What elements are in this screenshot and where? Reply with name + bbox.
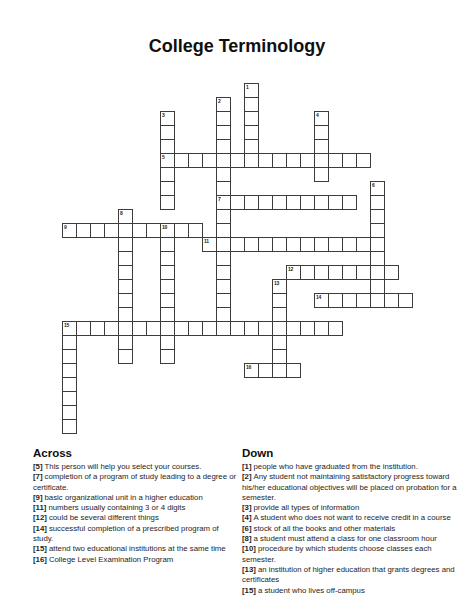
clue-item-number: [12] <box>33 513 49 522</box>
grid-cell[interactable] <box>188 153 203 168</box>
grid-cell[interactable] <box>328 321 343 336</box>
grid-cell[interactable] <box>104 223 119 238</box>
clue-item-number: [10] <box>242 544 258 553</box>
grid-cell[interactable] <box>216 139 231 154</box>
grid-cell[interactable] <box>356 293 371 308</box>
grid-cell[interactable] <box>314 265 329 280</box>
grid-cell[interactable]: 13 <box>272 279 287 294</box>
grid-cell[interactable]: 3 <box>160 111 175 126</box>
grid-cell[interactable] <box>216 293 231 308</box>
grid-cell[interactable] <box>76 223 91 238</box>
grid-cell[interactable] <box>216 265 231 280</box>
grid-cell[interactable] <box>342 195 357 210</box>
clue-item-text: people who have graduated from the insti… <box>254 462 418 471</box>
grid-cell[interactable] <box>118 265 133 280</box>
down-header: Down <box>242 447 457 459</box>
grid-cell[interactable] <box>314 139 329 154</box>
grid-cell[interactable] <box>272 349 287 364</box>
grid-cell[interactable] <box>160 125 175 140</box>
grid-cell[interactable] <box>244 153 259 168</box>
clue-item-number: [7] <box>33 472 45 481</box>
grid-cell[interactable]: 10 <box>160 223 175 238</box>
grid-cell[interactable] <box>160 167 175 182</box>
clue-item-text: a student must attend a class for one cl… <box>254 534 437 543</box>
grid-cell[interactable] <box>356 265 371 280</box>
grid-cell[interactable] <box>160 335 175 350</box>
clue-number: 4 <box>316 112 319 118</box>
clue-item-text: an institution of higher education that … <box>242 565 455 584</box>
grid-cell[interactable] <box>174 153 189 168</box>
clue-number: 13 <box>274 280 279 286</box>
grid-cell[interactable] <box>286 321 301 336</box>
grid-cell[interactable] <box>230 321 245 336</box>
grid-cell[interactable] <box>398 293 413 308</box>
grid-cell[interactable] <box>258 195 273 210</box>
grid-cell[interactable] <box>132 223 147 238</box>
grid-cell[interactable] <box>160 307 175 322</box>
grid-cell[interactable] <box>188 321 203 336</box>
across-clues-section: Across [5]This person will help you sele… <box>33 447 239 565</box>
clue-item-number: [15] <box>242 586 258 595</box>
clue-number: 6 <box>372 182 375 188</box>
clue-number: 11 <box>204 238 209 244</box>
grid-cell[interactable] <box>328 153 343 168</box>
grid-cell[interactable] <box>118 293 133 308</box>
grid-cell[interactable] <box>160 349 175 364</box>
grid-cell[interactable] <box>370 223 385 238</box>
grid-cell[interactable]: 16 <box>244 363 259 378</box>
grid-cell[interactable] <box>216 307 231 322</box>
clue-item-text: procedure by which students choose class… <box>242 544 432 563</box>
grid-cell[interactable] <box>258 321 273 336</box>
clue-item-text: a student who lives off-campus <box>258 586 365 595</box>
clue-number: 12 <box>288 266 293 272</box>
grid-cell[interactable] <box>370 209 385 224</box>
grid-cell[interactable] <box>244 195 259 210</box>
grid-cell[interactable] <box>342 293 357 308</box>
clue-item-text: This person will help you select your co… <box>45 462 202 471</box>
clue-item: [9]basic organizational unit in a higher… <box>33 493 239 503</box>
grid-cell[interactable]: 15 <box>62 321 77 336</box>
clue-item-text: College Level Examination Program <box>49 555 173 564</box>
clue-item-text: successful completion of a prescribed pr… <box>33 524 219 543</box>
grid-cell[interactable] <box>342 237 357 252</box>
grid-cell[interactable]: 11 <box>202 237 217 252</box>
grid-cell[interactable] <box>132 321 147 336</box>
grid-cell[interactable] <box>370 237 385 252</box>
clue-item-text: provide all types of information <box>254 503 360 512</box>
clue-item-text: A student who does not want to receive c… <box>254 513 451 522</box>
grid-cell[interactable] <box>272 153 287 168</box>
grid-cell[interactable] <box>314 153 329 168</box>
grid-cell[interactable] <box>160 321 175 336</box>
clue-item-number: [11] <box>33 503 48 512</box>
clue-number: 8 <box>120 210 123 216</box>
grid-cell[interactable] <box>286 195 301 210</box>
clue-item-number: [3] <box>242 503 254 512</box>
clue-item: [2]Any student not maintaining satisfact… <box>242 472 457 503</box>
grid-cell[interactable] <box>370 265 385 280</box>
clue-item: [4]A student who does not want to receiv… <box>242 513 457 523</box>
grid-cell[interactable] <box>272 321 287 336</box>
grid-cell[interactable] <box>160 265 175 280</box>
grid-cell[interactable] <box>118 237 133 252</box>
grid-cell[interactable] <box>216 111 231 126</box>
grid-cell[interactable] <box>62 391 77 406</box>
grid-cell[interactable] <box>272 195 287 210</box>
clue-item: [8]a student must attend a class for one… <box>242 534 457 544</box>
grid-cell[interactable] <box>356 153 371 168</box>
grid-cell[interactable] <box>216 251 231 266</box>
grid-cell[interactable] <box>216 223 231 238</box>
grid-cell[interactable]: 9 <box>62 223 77 238</box>
grid-cell[interactable] <box>118 223 133 238</box>
clue-item-number: [6] <box>242 524 254 533</box>
grid-cell[interactable] <box>160 195 175 210</box>
grid-cell[interactable] <box>230 153 245 168</box>
grid-cell[interactable] <box>314 125 329 140</box>
grid-cell[interactable] <box>272 307 287 322</box>
grid-cell[interactable] <box>244 125 259 140</box>
grid-cell[interactable] <box>76 321 91 336</box>
grid-cell[interactable] <box>216 209 231 224</box>
grid-cell[interactable]: 12 <box>286 265 301 280</box>
clue-item-number: [5] <box>33 462 45 471</box>
clue-item: [12]could be several different things <box>33 513 239 523</box>
grid-cell[interactable] <box>216 237 231 252</box>
grid-cell[interactable] <box>384 265 399 280</box>
grid-cell[interactable] <box>160 279 175 294</box>
grid-cell[interactable] <box>230 195 245 210</box>
grid-cell[interactable] <box>216 181 231 196</box>
grid-cell[interactable] <box>314 321 329 336</box>
grid-cell[interactable] <box>258 363 273 378</box>
grid-cell[interactable] <box>90 223 105 238</box>
clue-number: 1 <box>246 84 249 90</box>
clue-item-text: attend two educational institutions at t… <box>49 544 226 553</box>
grid-cell[interactable] <box>300 265 315 280</box>
grid-cell[interactable] <box>244 321 259 336</box>
grid-cell[interactable] <box>258 237 273 252</box>
clue-item-number: [8] <box>242 534 254 543</box>
grid-cell[interactable] <box>160 139 175 154</box>
grid-cell[interactable]: 6 <box>370 181 385 196</box>
grid-cell[interactable] <box>300 153 315 168</box>
grid-cell[interactable] <box>62 335 77 350</box>
clue-item-number: [14] <box>33 524 49 533</box>
grid-cell[interactable] <box>62 377 77 392</box>
clue-item: [16]College Level Examination Program <box>33 555 239 565</box>
grid-cell[interactable] <box>328 237 343 252</box>
clue-item: [1]people who have graduated from the in… <box>242 462 457 472</box>
grid-cell[interactable] <box>160 181 175 196</box>
grid-cell[interactable] <box>314 195 329 210</box>
grid-cell[interactable] <box>272 293 287 308</box>
clue-number: 7 <box>218 196 221 202</box>
grid-cell[interactable] <box>118 335 133 350</box>
grid-cell[interactable] <box>174 321 189 336</box>
grid-cell[interactable] <box>202 321 217 336</box>
grid-cell[interactable] <box>62 419 77 434</box>
grid-cell[interactable] <box>104 321 119 336</box>
grid-cell[interactable] <box>286 237 301 252</box>
clue-item-text: completion of a program of study leading… <box>33 472 236 491</box>
clue-number: 14 <box>316 294 321 300</box>
grid-cell[interactable] <box>370 195 385 210</box>
clue-item-text: basic organizational unit in a higher ed… <box>45 493 203 502</box>
grid-cell[interactable] <box>258 153 273 168</box>
clue-item-number: [2] <box>242 472 254 481</box>
crossword-grid: 57910111214151612346813 <box>62 83 414 435</box>
grid-cell[interactable] <box>370 251 385 266</box>
grid-cell[interactable] <box>62 349 77 364</box>
grid-cell[interactable] <box>328 195 343 210</box>
across-clue-list: [5]This person will help you select your… <box>33 462 239 565</box>
clue-item-number: [13] <box>242 565 258 574</box>
clue-item: [7]completion of a program of study lead… <box>33 472 239 493</box>
clue-item: [6]stock of all the books and other mate… <box>242 524 457 534</box>
page-title: College Terminology <box>0 36 474 57</box>
grid-cell[interactable] <box>244 111 259 126</box>
clue-item: [10]procedure by which students choose c… <box>242 544 457 565</box>
grid-cell[interactable] <box>216 321 231 336</box>
clue-item: [15]attend two educational institutions … <box>33 544 239 554</box>
grid-cell[interactable] <box>160 237 175 252</box>
grid-cell[interactable] <box>118 279 133 294</box>
clue-item-text: Any student not maintaining satisfactory… <box>242 472 457 502</box>
grid-cell[interactable] <box>370 279 385 294</box>
grid-cell[interactable] <box>118 251 133 266</box>
grid-cell[interactable] <box>286 153 301 168</box>
grid-cell[interactable] <box>146 223 161 238</box>
grid-cell[interactable] <box>300 237 315 252</box>
down-clue-list: [1]people who have graduated from the in… <box>242 462 457 596</box>
grid-cell[interactable] <box>300 321 315 336</box>
clue-item-text: stock of all the books and other materia… <box>254 524 396 533</box>
grid-cell[interactable] <box>62 405 77 420</box>
grid-cell[interactable] <box>286 363 301 378</box>
grid-cell[interactable] <box>272 363 287 378</box>
grid-cell[interactable] <box>244 139 259 154</box>
clue-number: 9 <box>64 224 67 230</box>
grid-cell[interactable] <box>230 237 245 252</box>
clue-number: 10 <box>162 224 167 230</box>
grid-cell[interactable] <box>62 363 77 378</box>
grid-cell[interactable] <box>314 167 329 182</box>
grid-cell[interactable] <box>244 97 259 112</box>
grid-cell[interactable] <box>90 321 105 336</box>
clue-number: 5 <box>162 154 165 160</box>
clue-item-number: [16] <box>33 555 49 564</box>
clue-item-number: [9] <box>33 493 45 502</box>
grid-cell[interactable]: 1 <box>244 83 259 98</box>
across-header: Across <box>33 447 239 459</box>
grid-cell[interactable] <box>356 237 371 252</box>
clue-item-text: could be several different things <box>49 513 159 522</box>
grid-cell[interactable] <box>216 279 231 294</box>
clue-item-number: [15] <box>33 544 49 553</box>
grid-cell[interactable] <box>160 251 175 266</box>
clue-item: [13]an institution of higher education t… <box>242 565 457 586</box>
clue-item-number: [1] <box>242 462 254 471</box>
clue-item: [5]This person will help you select your… <box>33 462 239 472</box>
grid-cell[interactable] <box>216 125 231 140</box>
grid-cell[interactable]: 14 <box>314 293 329 308</box>
clue-number: 15 <box>64 322 69 328</box>
grid-cell[interactable] <box>370 293 385 308</box>
clue-number: 16 <box>246 364 251 370</box>
grid-cell[interactable] <box>118 321 133 336</box>
grid-cell[interactable]: 8 <box>118 209 133 224</box>
grid-cell[interactable] <box>342 265 357 280</box>
clue-number: 3 <box>162 112 165 118</box>
grid-cell[interactable] <box>342 153 357 168</box>
grid-cell[interactable] <box>188 223 203 238</box>
grid-cell[interactable] <box>328 293 343 308</box>
clue-item: [15]a student who lives off-campus <box>242 586 457 596</box>
grid-cell[interactable] <box>272 237 287 252</box>
grid-cell[interactable]: 5 <box>160 153 175 168</box>
grid-cell[interactable] <box>160 293 175 308</box>
clue-number: 2 <box>218 98 221 104</box>
grid-cell[interactable] <box>174 223 189 238</box>
grid-cell[interactable] <box>118 307 133 322</box>
grid-cell[interactable] <box>216 153 231 168</box>
grid-cell[interactable]: 2 <box>216 97 231 112</box>
clue-item-text: numbers usually containing 3 or 4 digits <box>48 503 185 512</box>
grid-cell[interactable] <box>314 237 329 252</box>
grid-cell[interactable] <box>244 237 259 252</box>
grid-cell[interactable] <box>202 153 217 168</box>
down-clues-section: Down [1]people who have graduated from t… <box>242 447 457 596</box>
clue-item: [11]numbers usually containing 3 or 4 di… <box>33 503 239 513</box>
grid-cell[interactable] <box>216 167 231 182</box>
grid-cell[interactable]: 4 <box>314 111 329 126</box>
grid-cell[interactable] <box>300 195 315 210</box>
grid-cell[interactable] <box>328 265 343 280</box>
clue-item: [14]successful completion of a prescribe… <box>33 524 239 545</box>
grid-cell[interactable] <box>146 321 161 336</box>
grid-cell[interactable] <box>118 349 133 364</box>
grid-cell[interactable] <box>272 335 287 350</box>
clue-item-number: [4] <box>242 513 254 522</box>
clue-item: [3]provide all types of information <box>242 503 457 513</box>
grid-cell[interactable]: 7 <box>216 195 231 210</box>
grid-cell[interactable] <box>384 293 399 308</box>
